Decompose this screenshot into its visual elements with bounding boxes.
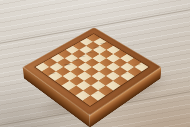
chess-photo-scene: ♜♞♝♛♚♝♞♜♟♟♟♟♟♟♟♟♟♟♟♟♟♟♟♟♜♞♝♛♚♝♞♜ bbox=[0, 0, 190, 127]
square-h1: ♜ bbox=[134, 63, 148, 72]
